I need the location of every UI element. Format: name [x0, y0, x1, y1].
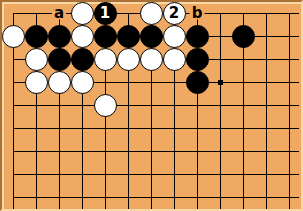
black-stone — [186, 25, 209, 48]
go-board: a12b — [0, 0, 303, 211]
black-stone — [186, 48, 209, 71]
white-stone — [163, 48, 186, 71]
white-stone — [25, 71, 48, 94]
black-stone — [71, 48, 94, 71]
black-stone — [140, 25, 163, 48]
white-stone — [71, 71, 94, 94]
black-stone — [48, 25, 71, 48]
point-label-a: a — [52, 7, 66, 20]
white-stone — [117, 48, 140, 71]
black-stone — [94, 25, 117, 48]
white-stone — [2, 25, 25, 48]
white-stone — [71, 25, 94, 48]
white-stone — [71, 2, 94, 25]
point-label-b: b — [190, 7, 205, 20]
white-stone — [48, 71, 71, 94]
white-stone — [163, 25, 186, 48]
black-stone — [25, 25, 48, 48]
white-stone — [94, 94, 117, 117]
move-1-black-stone: 1 — [94, 2, 117, 25]
black-stone — [232, 25, 255, 48]
move-2-white-stone: 2 — [163, 2, 186, 25]
white-stone — [25, 48, 48, 71]
white-stone — [94, 48, 117, 71]
black-stone — [117, 25, 140, 48]
white-stone — [140, 48, 163, 71]
black-stone — [48, 48, 71, 71]
hoshi-point — [218, 80, 223, 85]
black-stone — [186, 71, 209, 94]
white-stone — [140, 2, 163, 25]
